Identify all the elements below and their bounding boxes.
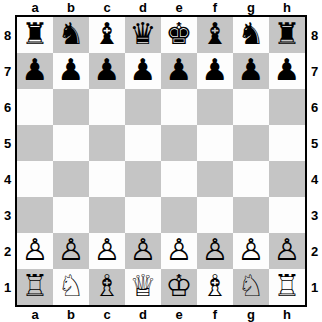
square-a6[interactable] <box>17 89 53 125</box>
file-label-f-bottom: f <box>197 307 233 322</box>
square-h4[interactable] <box>269 161 305 197</box>
rank-label-6-right: 6 <box>307 89 322 125</box>
square-h3[interactable] <box>269 197 305 233</box>
square-g3[interactable] <box>233 197 269 233</box>
square-c8[interactable]: ♝ <box>89 17 125 53</box>
square-a4[interactable] <box>17 161 53 197</box>
square-e8[interactable]: ♚ <box>161 17 197 53</box>
square-e3[interactable] <box>161 197 197 233</box>
file-label-a-top: a <box>17 0 53 15</box>
square-f4[interactable] <box>197 161 233 197</box>
piece-white-bishop: ♗ <box>202 271 229 301</box>
square-c5[interactable] <box>89 125 125 161</box>
square-f2[interactable]: ♙ <box>197 233 233 269</box>
square-b6[interactable] <box>53 89 89 125</box>
square-e1[interactable]: ♔ <box>161 269 197 305</box>
rank-label-2-right: 2 <box>307 233 322 269</box>
square-b2[interactable]: ♙ <box>53 233 89 269</box>
square-e7[interactable]: ♟ <box>161 53 197 89</box>
piece-white-rook: ♖ <box>274 271 301 301</box>
file-label-h-bottom: h <box>269 307 305 322</box>
piece-black-pawn: ♟ <box>202 55 229 85</box>
piece-black-knight: ♞ <box>238 19 265 49</box>
piece-black-pawn: ♟ <box>166 55 193 85</box>
square-d7[interactable]: ♟ <box>125 53 161 89</box>
square-b8[interactable]: ♞ <box>53 17 89 53</box>
file-label-e-bottom: e <box>161 307 197 322</box>
piece-black-pawn: ♟ <box>94 55 121 85</box>
file-label-b-bottom: b <box>53 307 89 322</box>
rank-label-7-left: 7 <box>0 53 15 89</box>
file-label-d-bottom: d <box>125 307 161 322</box>
piece-white-pawn: ♙ <box>238 235 265 265</box>
rank-labels-right: 87654321 <box>307 17 322 305</box>
square-a7[interactable]: ♟ <box>17 53 53 89</box>
file-labels-bottom: abcdefgh <box>17 307 305 322</box>
square-d4[interactable] <box>125 161 161 197</box>
piece-black-knight: ♞ <box>58 19 85 49</box>
rank-label-6-left: 6 <box>0 89 15 125</box>
square-f3[interactable] <box>197 197 233 233</box>
piece-white-pawn: ♙ <box>202 235 229 265</box>
square-h6[interactable] <box>269 89 305 125</box>
square-c3[interactable] <box>89 197 125 233</box>
file-label-f-top: f <box>197 0 233 15</box>
piece-black-pawn: ♟ <box>22 55 49 85</box>
piece-white-pawn: ♙ <box>22 235 49 265</box>
square-a5[interactable] <box>17 125 53 161</box>
rank-label-8-left: 8 <box>0 17 15 53</box>
square-g8[interactable]: ♞ <box>233 17 269 53</box>
square-c1[interactable]: ♗ <box>89 269 125 305</box>
square-h5[interactable] <box>269 125 305 161</box>
square-b4[interactable] <box>53 161 89 197</box>
chess-diagram: abcdefgh 87654321 87654321 abcdefgh ♜♞♝♛… <box>0 0 322 322</box>
square-c4[interactable] <box>89 161 125 197</box>
piece-black-bishop: ♝ <box>202 19 229 49</box>
square-g7[interactable]: ♟ <box>233 53 269 89</box>
square-f1[interactable]: ♗ <box>197 269 233 305</box>
square-g2[interactable]: ♙ <box>233 233 269 269</box>
square-d1[interactable]: ♕ <box>125 269 161 305</box>
file-label-c-bottom: c <box>89 307 125 322</box>
file-label-h-top: h <box>269 0 305 15</box>
rank-label-5-left: 5 <box>0 125 15 161</box>
square-e2[interactable]: ♙ <box>161 233 197 269</box>
square-h1[interactable]: ♖ <box>269 269 305 305</box>
piece-black-rook: ♜ <box>22 19 49 49</box>
square-g1[interactable]: ♘ <box>233 269 269 305</box>
piece-white-pawn: ♙ <box>94 235 121 265</box>
square-c7[interactable]: ♟ <box>89 53 125 89</box>
piece-white-pawn: ♙ <box>130 235 157 265</box>
square-b5[interactable] <box>53 125 89 161</box>
file-label-e-top: e <box>161 0 197 15</box>
square-e5[interactable] <box>161 125 197 161</box>
file-label-d-top: d <box>125 0 161 15</box>
piece-white-king: ♔ <box>166 271 193 301</box>
square-a8[interactable]: ♜ <box>17 17 53 53</box>
file-label-g-bottom: g <box>233 307 269 322</box>
piece-white-knight: ♘ <box>58 271 85 301</box>
square-f6[interactable] <box>197 89 233 125</box>
piece-white-bishop: ♗ <box>94 271 121 301</box>
rank-label-4-left: 4 <box>0 161 15 197</box>
square-h2[interactable]: ♙ <box>269 233 305 269</box>
piece-black-queen: ♛ <box>130 19 157 49</box>
square-h8[interactable]: ♜ <box>269 17 305 53</box>
square-a2[interactable]: ♙ <box>17 233 53 269</box>
piece-white-pawn: ♙ <box>274 235 301 265</box>
piece-white-queen: ♕ <box>130 271 157 301</box>
square-e6[interactable] <box>161 89 197 125</box>
square-f8[interactable]: ♝ <box>197 17 233 53</box>
file-label-c-top: c <box>89 0 125 15</box>
piece-black-king: ♚ <box>166 19 193 49</box>
square-f7[interactable]: ♟ <box>197 53 233 89</box>
square-d5[interactable] <box>125 125 161 161</box>
square-g5[interactable] <box>233 125 269 161</box>
file-label-b-top: b <box>53 0 89 15</box>
square-d6[interactable] <box>125 89 161 125</box>
square-b3[interactable] <box>53 197 89 233</box>
rank-label-3-right: 3 <box>307 197 322 233</box>
piece-black-pawn: ♟ <box>238 55 265 85</box>
piece-black-pawn: ♟ <box>274 55 301 85</box>
rank-label-2-left: 2 <box>0 233 15 269</box>
piece-black-bishop: ♝ <box>94 19 121 49</box>
square-e4[interactable] <box>161 161 197 197</box>
piece-black-pawn: ♟ <box>58 55 85 85</box>
rank-label-1-right: 1 <box>307 269 322 305</box>
square-b7[interactable]: ♟ <box>53 53 89 89</box>
rank-label-3-left: 3 <box>0 197 15 233</box>
rank-label-7-right: 7 <box>307 53 322 89</box>
piece-black-rook: ♜ <box>274 19 301 49</box>
piece-white-rook: ♖ <box>22 271 49 301</box>
rank-label-8-right: 8 <box>307 17 322 53</box>
rank-label-4-right: 4 <box>307 161 322 197</box>
piece-white-knight: ♘ <box>238 271 265 301</box>
rank-label-1-left: 1 <box>0 269 15 305</box>
square-a1[interactable]: ♖ <box>17 269 53 305</box>
square-b1[interactable]: ♘ <box>53 269 89 305</box>
rank-label-5-right: 5 <box>307 125 322 161</box>
file-label-a-bottom: a <box>17 307 53 322</box>
piece-white-pawn: ♙ <box>166 235 193 265</box>
square-a3[interactable] <box>17 197 53 233</box>
file-label-g-top: g <box>233 0 269 15</box>
chess-board: ♜♞♝♛♚♝♞♜♟♟♟♟♟♟♟♟♙♙♙♙♙♙♙♙♖♘♗♕♔♗♘♖ <box>15 15 307 307</box>
square-g4[interactable] <box>233 161 269 197</box>
square-h7[interactable]: ♟ <box>269 53 305 89</box>
square-d3[interactable] <box>125 197 161 233</box>
piece-white-pawn: ♙ <box>58 235 85 265</box>
square-c6[interactable] <box>89 89 125 125</box>
square-g6[interactable] <box>233 89 269 125</box>
square-d8[interactable]: ♛ <box>125 17 161 53</box>
file-labels-top: abcdefgh <box>17 0 305 15</box>
square-f5[interactable] <box>197 125 233 161</box>
rank-labels-left: 87654321 <box>0 17 15 305</box>
piece-black-pawn: ♟ <box>130 55 157 85</box>
square-c2[interactable]: ♙ <box>89 233 125 269</box>
square-d2[interactable]: ♙ <box>125 233 161 269</box>
